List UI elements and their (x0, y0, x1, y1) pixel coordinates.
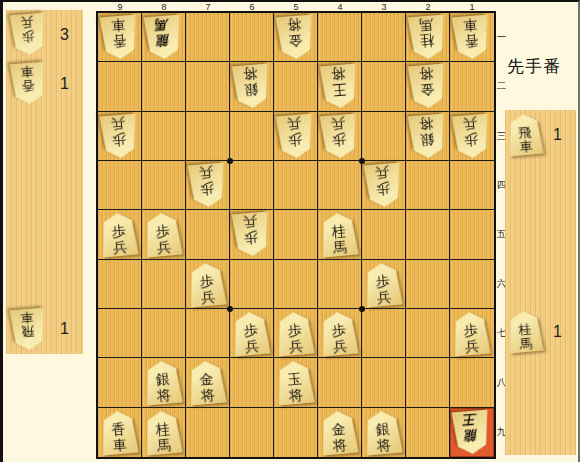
square-5-6[interactable] (274, 260, 318, 309)
file-label-1: 1 (450, 2, 494, 12)
piece-gote-pawn: 歩兵 (187, 163, 226, 209)
piece-sente-silver: 銀将 (363, 409, 403, 455)
square-2-6[interactable] (406, 260, 450, 309)
piece-sente-silver: 銀将 (143, 360, 183, 406)
piece-sente-knight: 桂馬 (506, 310, 543, 354)
captured-count: 1 (553, 126, 562, 144)
square-3-3[interactable] (362, 112, 406, 161)
piece-gote-gold: 金将 (275, 15, 314, 61)
piece-gote-pawn: 歩兵 (275, 113, 314, 159)
square-1-4[interactable] (450, 161, 494, 210)
sente-hand-slot-gold (505, 209, 576, 258)
square-4-8[interactable] (318, 358, 362, 407)
square-5-5[interactable] (274, 210, 318, 259)
gote-hand-slot-gold (6, 207, 83, 256)
star-point (227, 306, 233, 312)
piece-sente-king: 玉将 (275, 360, 315, 406)
square-5-4[interactable] (274, 161, 318, 210)
square-7-5[interactable] (186, 210, 230, 259)
file-coordinate-labels: 987654321 (98, 2, 494, 12)
piece-gote-lance: 香車 (451, 15, 490, 61)
square-2-8[interactable] (406, 358, 450, 407)
square-6-7[interactable]: 歩兵 (230, 309, 274, 358)
file-label-9: 9 (98, 2, 142, 12)
piece-gote-rook: 飛車 (9, 308, 46, 352)
square-6-4[interactable] (230, 161, 274, 210)
piece-sente-knight: 桂馬 (319, 212, 359, 258)
piece-sente-rook: 飛車 (506, 113, 543, 157)
square-9-2[interactable] (98, 62, 142, 111)
square-2-1[interactable]: 桂馬 (406, 13, 450, 62)
square-6-1[interactable] (230, 13, 274, 62)
square-9-1[interactable]: 香車 (98, 13, 142, 62)
square-5-7[interactable]: 歩兵 (274, 309, 318, 358)
square-4-3[interactable]: 歩兵 (318, 112, 362, 161)
square-7-3[interactable] (186, 112, 230, 161)
square-7-9[interactable] (186, 408, 230, 457)
sente-hand-slot-pawn (505, 406, 576, 455)
square-7-7[interactable] (186, 309, 230, 358)
captured-count: 3 (60, 26, 69, 44)
piece-gote-silver: 銀将 (407, 113, 446, 159)
gote-hand-slot-lance[interactable]: 香車1 (6, 59, 83, 108)
square-7-6[interactable]: 歩兵 (186, 260, 230, 309)
captured-count: 1 (60, 75, 69, 93)
square-1-1[interactable]: 香車 (450, 13, 494, 62)
square-8-6[interactable] (142, 260, 186, 309)
square-1-8[interactable] (450, 358, 494, 407)
piece-gote-pawn: 歩兵 (9, 13, 46, 57)
sente-hand-slot-knight[interactable]: 桂馬1 (505, 307, 576, 356)
square-3-4[interactable]: 歩兵 (362, 161, 406, 210)
rank-label-2: 二 (496, 62, 507, 111)
square-3-5[interactable] (362, 210, 406, 259)
gote-hand-slot-bishop (6, 256, 83, 305)
square-4-1[interactable] (318, 13, 362, 62)
star-point (227, 158, 233, 164)
piece-sente-pawn: 歩兵 (99, 212, 139, 258)
square-7-8[interactable]: 金将 (186, 358, 230, 407)
piece-sente-gold: 金将 (319, 409, 359, 455)
square-9-7[interactable] (98, 309, 142, 358)
square-3-1[interactable] (362, 13, 406, 62)
square-6-5[interactable]: 歩兵 (230, 210, 274, 259)
piece-gote-pawn: 歩兵 (231, 212, 270, 258)
square-2-3[interactable]: 銀将 (406, 112, 450, 161)
file-label-6: 6 (230, 2, 274, 12)
sente-hand-slot-lance (505, 356, 576, 405)
square-2-7[interactable] (406, 309, 450, 358)
piece-gote-knight: 桂馬 (407, 15, 446, 61)
piece-sente-lance: 香車 (99, 409, 139, 455)
square-8-2[interactable] (142, 62, 186, 111)
square-6-6[interactable] (230, 260, 274, 309)
piece-sente-pawn: 歩兵 (143, 212, 183, 258)
piece-gote-silver: 銀将 (231, 64, 270, 110)
square-3-8[interactable] (362, 358, 406, 407)
square-1-9[interactable]: 龍王 (450, 408, 494, 457)
square-4-4[interactable] (318, 161, 362, 210)
sente-hand-slot-silver (505, 258, 576, 307)
square-9-9[interactable]: 香車 (98, 408, 142, 457)
star-point (359, 158, 365, 164)
square-3-7[interactable] (362, 309, 406, 358)
square-8-8[interactable]: 銀将 (142, 358, 186, 407)
square-6-3[interactable] (230, 112, 274, 161)
square-5-9[interactable] (274, 408, 318, 457)
gote-hand-slot-rook[interactable]: 飛車1 (6, 305, 83, 354)
piece-gote-promoted-bishop: 龍馬 (143, 15, 182, 61)
file-label-5: 5 (274, 2, 318, 12)
square-1-6[interactable] (450, 260, 494, 309)
square-9-4[interactable] (98, 161, 142, 210)
square-8-4[interactable] (142, 161, 186, 210)
square-8-5[interactable]: 歩兵 (142, 210, 186, 259)
file-label-8: 8 (142, 2, 186, 12)
square-9-8[interactable] (98, 358, 142, 407)
piece-gote-king: 王将 (319, 64, 358, 110)
piece-sente-pawn: 歩兵 (231, 310, 271, 356)
piece-gote-lance: 香車 (99, 15, 138, 61)
square-6-2[interactable]: 銀将 (230, 62, 274, 111)
file-label-4: 4 (318, 2, 362, 12)
rank-label-1: 一 (496, 13, 507, 62)
sente-hand-slot-rook[interactable]: 飛車1 (505, 110, 576, 159)
square-7-1[interactable] (186, 13, 230, 62)
file-label-3: 3 (362, 2, 406, 12)
square-8-9[interactable]: 桂馬 (142, 408, 186, 457)
captured-count: 1 (553, 323, 562, 341)
piece-sente-pawn: 歩兵 (319, 310, 359, 356)
piece-sente-gold: 金将 (187, 360, 227, 406)
file-label-2: 2 (406, 2, 450, 12)
piece-gote-pawn: 歩兵 (99, 113, 138, 159)
turn-indicator: 先手番 (507, 55, 579, 78)
square-7-4[interactable]: 歩兵 (186, 161, 230, 210)
gote-hand-slot-silver (6, 157, 83, 206)
piece-sente-pawn: 歩兵 (363, 261, 403, 307)
board-grid: 香車龍馬金将桂馬香車銀将王将金将歩兵歩兵歩兵銀将歩兵歩兵歩兵歩兵歩兵歩兵桂馬歩兵… (98, 13, 494, 457)
square-8-7[interactable] (142, 309, 186, 358)
square-4-7[interactable]: 歩兵 (318, 309, 362, 358)
square-9-5[interactable]: 歩兵 (98, 210, 142, 259)
piece-sente-pawn: 歩兵 (451, 310, 491, 356)
square-3-9[interactable]: 銀将 (362, 408, 406, 457)
square-5-2[interactable] (274, 62, 318, 111)
square-4-9[interactable]: 金将 (318, 408, 362, 457)
square-2-5[interactable] (406, 210, 450, 259)
piece-gote-promoted-rook: 龍王 (451, 409, 490, 455)
square-2-2[interactable]: 金将 (406, 62, 450, 111)
square-1-3[interactable]: 歩兵 (450, 112, 494, 161)
file-label-7: 7 (186, 2, 230, 12)
square-6-9[interactable] (230, 408, 274, 457)
square-4-6[interactable] (318, 260, 362, 309)
piece-gote-pawn: 歩兵 (451, 113, 490, 159)
square-8-3[interactable] (142, 112, 186, 161)
square-9-3[interactable]: 歩兵 (98, 112, 142, 161)
piece-gote-pawn: 歩兵 (363, 163, 402, 209)
shogi-board: 香車龍馬金将桂馬香車銀将王将金将歩兵歩兵歩兵銀将歩兵歩兵歩兵歩兵歩兵歩兵桂馬歩兵… (96, 11, 496, 459)
sente-hand-slot-bishop (505, 159, 576, 208)
captured-count: 1 (60, 320, 69, 338)
piece-gote-gold: 金将 (407, 64, 446, 110)
square-3-2[interactable] (362, 62, 406, 111)
square-1-5[interactable] (450, 210, 494, 259)
sente-captured-stand: 飛車1桂馬1 (505, 110, 576, 455)
square-1-7[interactable]: 歩兵 (450, 309, 494, 358)
gote-captured-stand: 歩兵3香車1飛車1 (6, 10, 83, 354)
piece-sente-pawn: 歩兵 (187, 261, 227, 307)
square-2-4[interactable] (406, 161, 450, 210)
gote-hand-slot-knight (6, 108, 83, 157)
square-1-2[interactable] (450, 62, 494, 111)
piece-gote-pawn: 歩兵 (319, 113, 358, 159)
square-5-1[interactable]: 金将 (274, 13, 318, 62)
square-4-5[interactable]: 桂馬 (318, 210, 362, 259)
star-point (359, 306, 365, 312)
square-8-1[interactable]: 龍馬 (142, 13, 186, 62)
square-9-6[interactable] (98, 260, 142, 309)
piece-sente-pawn: 歩兵 (275, 310, 315, 356)
square-7-2[interactable] (186, 62, 230, 111)
square-5-3[interactable]: 歩兵 (274, 112, 318, 161)
square-5-8[interactable]: 玉将 (274, 358, 318, 407)
square-4-2[interactable]: 王将 (318, 62, 362, 111)
piece-gote-lance: 香車 (9, 62, 46, 106)
gote-hand-slot-pawn[interactable]: 歩兵3 (6, 10, 83, 59)
square-2-9[interactable] (406, 408, 450, 457)
square-3-6[interactable]: 歩兵 (362, 260, 406, 309)
square-6-8[interactable] (230, 358, 274, 407)
piece-sente-knight: 桂馬 (143, 409, 183, 455)
